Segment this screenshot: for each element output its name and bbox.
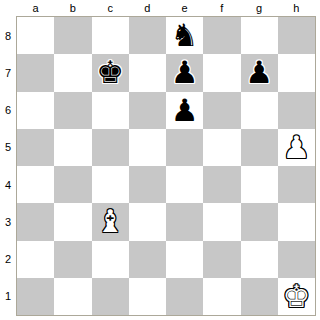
square-g3[interactable] bbox=[241, 203, 278, 240]
file-label-b: b bbox=[54, 0, 91, 16]
rank-label-2: 2 bbox=[0, 241, 16, 278]
white-pawn-h5[interactable]: ♟ bbox=[282, 132, 310, 163]
square-e2[interactable] bbox=[166, 241, 203, 278]
square-c6[interactable] bbox=[92, 92, 129, 129]
square-a6[interactable] bbox=[17, 92, 54, 129]
square-e5[interactable] bbox=[166, 129, 203, 166]
white-bishop-c3[interactable]: ♝ bbox=[96, 206, 124, 237]
square-h7[interactable] bbox=[278, 54, 315, 91]
square-b1[interactable] bbox=[54, 278, 91, 315]
square-c3[interactable]: ♝ bbox=[92, 203, 129, 240]
black-pawn-g7[interactable]: ♟ bbox=[245, 57, 273, 88]
square-d2[interactable] bbox=[129, 241, 166, 278]
chess-board: ♞♚♟♟♟♟♝♚ bbox=[16, 16, 316, 316]
black-pawn-e6[interactable]: ♟ bbox=[171, 95, 199, 126]
square-f3[interactable] bbox=[203, 203, 240, 240]
file-label-g: g bbox=[241, 0, 278, 16]
square-a3[interactable] bbox=[17, 203, 54, 240]
square-a1[interactable] bbox=[17, 278, 54, 315]
square-a8[interactable] bbox=[17, 17, 54, 54]
square-e1[interactable] bbox=[166, 278, 203, 315]
square-e7[interactable]: ♟ bbox=[166, 54, 203, 91]
rank-label-6: 6 bbox=[0, 92, 16, 129]
black-knight-e8[interactable]: ♞ bbox=[171, 20, 199, 51]
square-h2[interactable] bbox=[278, 241, 315, 278]
square-b3[interactable] bbox=[54, 203, 91, 240]
square-g2[interactable] bbox=[241, 241, 278, 278]
square-b5[interactable] bbox=[54, 129, 91, 166]
black-king-c7[interactable]: ♚ bbox=[96, 57, 124, 88]
square-h3[interactable] bbox=[278, 203, 315, 240]
square-h8[interactable] bbox=[278, 17, 315, 54]
rank-labels: 87654321 bbox=[0, 17, 16, 315]
square-d8[interactable] bbox=[129, 17, 166, 54]
square-g4[interactable] bbox=[241, 166, 278, 203]
square-f7[interactable] bbox=[203, 54, 240, 91]
square-a7[interactable] bbox=[17, 54, 54, 91]
rank-label-8: 8 bbox=[0, 17, 16, 54]
square-f1[interactable] bbox=[203, 278, 240, 315]
square-b8[interactable] bbox=[54, 17, 91, 54]
file-label-h: h bbox=[278, 0, 315, 16]
square-g8[interactable] bbox=[241, 17, 278, 54]
square-d6[interactable] bbox=[129, 92, 166, 129]
chess-diagram: abcdefgh 87654321 ♞♚♟♟♟♟♝♚ bbox=[0, 0, 320, 320]
square-c1[interactable] bbox=[92, 278, 129, 315]
file-label-c: c bbox=[92, 0, 129, 16]
square-e8[interactable]: ♞ bbox=[166, 17, 203, 54]
square-g7[interactable]: ♟ bbox=[241, 54, 278, 91]
square-e4[interactable] bbox=[166, 166, 203, 203]
rank-label-4: 4 bbox=[0, 166, 16, 203]
square-d7[interactable] bbox=[129, 54, 166, 91]
square-g1[interactable] bbox=[241, 278, 278, 315]
square-f2[interactable] bbox=[203, 241, 240, 278]
square-a4[interactable] bbox=[17, 166, 54, 203]
rank-label-5: 5 bbox=[0, 129, 16, 166]
square-d1[interactable] bbox=[129, 278, 166, 315]
square-c8[interactable] bbox=[92, 17, 129, 54]
square-g5[interactable] bbox=[241, 129, 278, 166]
square-c7[interactable]: ♚ bbox=[92, 54, 129, 91]
square-e6[interactable]: ♟ bbox=[166, 92, 203, 129]
square-b7[interactable] bbox=[54, 54, 91, 91]
file-label-a: a bbox=[17, 0, 54, 16]
square-a5[interactable] bbox=[17, 129, 54, 166]
square-d4[interactable] bbox=[129, 166, 166, 203]
file-label-e: e bbox=[166, 0, 203, 16]
file-label-d: d bbox=[129, 0, 166, 16]
rank-label-7: 7 bbox=[0, 54, 16, 91]
rank-label-1: 1 bbox=[0, 278, 16, 315]
square-b6[interactable] bbox=[54, 92, 91, 129]
square-g6[interactable] bbox=[241, 92, 278, 129]
square-h6[interactable] bbox=[278, 92, 315, 129]
square-b4[interactable] bbox=[54, 166, 91, 203]
square-c2[interactable] bbox=[92, 241, 129, 278]
square-f4[interactable] bbox=[203, 166, 240, 203]
white-king-h1[interactable]: ♚ bbox=[282, 281, 310, 312]
square-h4[interactable] bbox=[278, 166, 315, 203]
file-label-f: f bbox=[203, 0, 240, 16]
square-b2[interactable] bbox=[54, 241, 91, 278]
square-f6[interactable] bbox=[203, 92, 240, 129]
black-pawn-e7[interactable]: ♟ bbox=[171, 57, 199, 88]
square-f8[interactable] bbox=[203, 17, 240, 54]
square-e3[interactable] bbox=[166, 203, 203, 240]
square-d5[interactable] bbox=[129, 129, 166, 166]
file-labels: abcdefgh bbox=[17, 0, 315, 16]
square-c5[interactable] bbox=[92, 129, 129, 166]
square-h1[interactable]: ♚ bbox=[278, 278, 315, 315]
square-f5[interactable] bbox=[203, 129, 240, 166]
square-a2[interactable] bbox=[17, 241, 54, 278]
square-c4[interactable] bbox=[92, 166, 129, 203]
square-h5[interactable]: ♟ bbox=[278, 129, 315, 166]
rank-label-3: 3 bbox=[0, 203, 16, 240]
square-d3[interactable] bbox=[129, 203, 166, 240]
